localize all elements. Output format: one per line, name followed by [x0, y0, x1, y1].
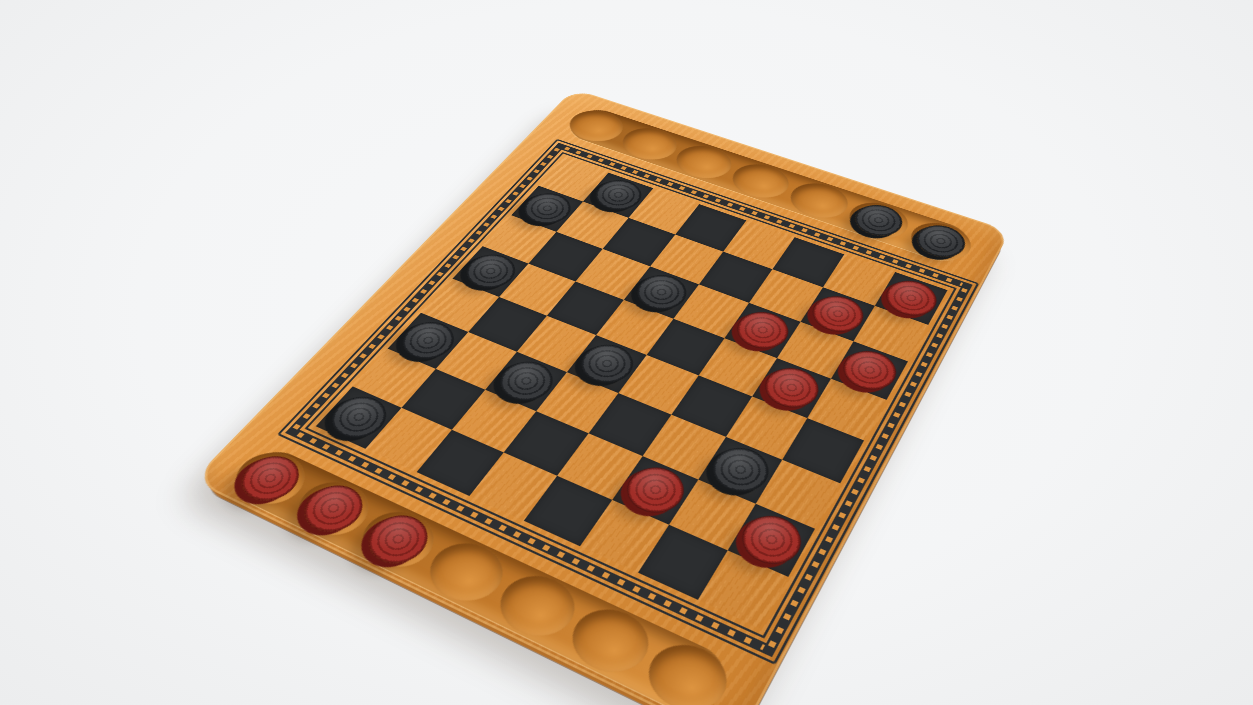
capture-tray-bottom: [222, 443, 737, 705]
captured-checker-black[interactable]: [848, 200, 909, 242]
checker-black[interactable]: [490, 355, 563, 408]
board-3d-wrapper: [192, 89, 1010, 705]
square-dark[interactable]: [728, 504, 815, 577]
scene: [0, 0, 1253, 705]
square-dark[interactable]: [698, 437, 782, 504]
square-dark[interactable]: [504, 411, 589, 476]
square-light[interactable]: [726, 396, 807, 459]
square-light[interactable]: [536, 372, 618, 433]
square-dark[interactable]: [485, 352, 567, 411]
square-light[interactable]: [618, 355, 698, 415]
checker-red[interactable]: [757, 361, 827, 414]
square-light[interactable]: [365, 408, 451, 472]
checker-black[interactable]: [703, 440, 778, 499]
square-dark[interactable]: [417, 430, 504, 496]
square-dark[interactable]: [402, 369, 486, 430]
checker-black[interactable]: [571, 338, 642, 390]
square-dark[interactable]: [752, 358, 831, 418]
square-light[interactable]: [698, 550, 788, 628]
square-light[interactable]: [353, 349, 436, 408]
captured-checker-red[interactable]: [357, 507, 439, 572]
checker-black[interactable]: [321, 390, 397, 445]
checker-red[interactable]: [835, 344, 903, 396]
tray-slot: [560, 105, 631, 147]
captured-checker-red[interactable]: [292, 477, 373, 539]
checkers-board: [192, 89, 1010, 705]
square-dark[interactable]: [782, 418, 864, 483]
filmstrip-band-bottom: [285, 426, 777, 657]
square-light[interactable]: [643, 415, 726, 480]
square-light[interactable]: [580, 500, 669, 573]
square-dark[interactable]: [612, 456, 698, 525]
square-light[interactable]: [452, 390, 536, 453]
tray-slot: [668, 140, 741, 185]
square-light[interactable]: [669, 480, 756, 551]
square-dark[interactable]: [671, 375, 752, 436]
checker-red[interactable]: [617, 460, 694, 521]
tray-slot: [636, 633, 739, 705]
square-light[interactable]: [807, 379, 886, 441]
square-dark[interactable]: [638, 525, 728, 600]
captured-checker-black[interactable]: [910, 220, 972, 263]
square-light[interactable]: [469, 452, 557, 520]
tray-slot: [613, 122, 685, 165]
tray-slot: [724, 158, 797, 204]
square-light[interactable]: [557, 433, 643, 500]
square-light[interactable]: [756, 460, 840, 529]
captured-checker-red[interactable]: [230, 449, 310, 509]
square-dark[interactable]: [524, 476, 612, 546]
checker-red[interactable]: [733, 508, 811, 573]
square-light[interactable]: [699, 338, 777, 396]
square-dark[interactable]: [831, 341, 908, 400]
square-dark[interactable]: [589, 393, 672, 456]
square-dark[interactable]: [316, 386, 402, 448]
